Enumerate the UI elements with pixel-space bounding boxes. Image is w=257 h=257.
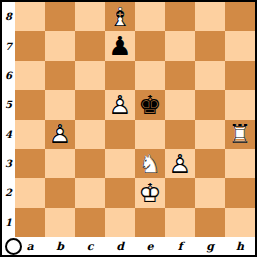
square-d3[interactable] xyxy=(105,149,135,178)
square-h7[interactable] xyxy=(225,31,255,60)
square-f3[interactable]: ♟︎♙ xyxy=(165,149,195,178)
square-f8[interactable] xyxy=(165,2,195,31)
piece-white-bishop-d8[interactable]: ♝♗ xyxy=(105,2,135,31)
square-h4[interactable]: ♜♖ xyxy=(225,120,255,149)
square-a1[interactable] xyxy=(15,208,45,237)
square-a6[interactable] xyxy=(15,61,45,90)
piece-outline: ♘ xyxy=(135,149,165,178)
file-label-h: h xyxy=(225,237,255,255)
white-to-move-indicator xyxy=(5,238,22,255)
square-e1[interactable] xyxy=(135,208,165,237)
square-h2[interactable] xyxy=(225,178,255,207)
square-b4[interactable]: ♟︎♙ xyxy=(45,120,75,149)
square-e3[interactable]: ♞♘ xyxy=(135,149,165,178)
square-c6[interactable] xyxy=(75,61,105,90)
file-label-f: f xyxy=(165,237,195,255)
square-f1[interactable] xyxy=(165,208,195,237)
square-b6[interactable] xyxy=(45,61,75,90)
square-d5[interactable]: ♟︎♙ xyxy=(105,90,135,119)
square-g3[interactable] xyxy=(195,149,225,178)
square-b8[interactable] xyxy=(45,2,75,31)
square-g7[interactable] xyxy=(195,31,225,60)
square-h3[interactable] xyxy=(225,149,255,178)
square-g6[interactable] xyxy=(195,61,225,90)
rank-label-3: 3 xyxy=(2,149,15,178)
square-d4[interactable] xyxy=(105,120,135,149)
piece-black-pawn-d7[interactable]: ♟︎ xyxy=(105,31,135,60)
file-label-e: e xyxy=(135,237,165,255)
square-a5[interactable] xyxy=(15,90,45,119)
square-c4[interactable] xyxy=(75,120,105,149)
square-f4[interactable] xyxy=(165,120,195,149)
square-d7[interactable]: ♟︎ xyxy=(105,31,135,60)
piece-glyph: ♚ xyxy=(135,90,165,119)
piece-outline: ♔ xyxy=(135,178,165,207)
rank-label-5: 5 xyxy=(2,90,15,119)
square-b5[interactable] xyxy=(45,90,75,119)
square-g5[interactable] xyxy=(195,90,225,119)
piece-white-knight-e3[interactable]: ♞♘ xyxy=(135,149,165,178)
file-label-g: g xyxy=(195,237,225,255)
square-c2[interactable] xyxy=(75,178,105,207)
square-g4[interactable] xyxy=(195,120,225,149)
square-g8[interactable] xyxy=(195,2,225,31)
square-a7[interactable] xyxy=(15,31,45,60)
square-c1[interactable] xyxy=(75,208,105,237)
square-c8[interactable] xyxy=(75,2,105,31)
rank-labels: 87654321 xyxy=(2,2,15,237)
square-d1[interactable] xyxy=(105,208,135,237)
piece-white-pawn-f3[interactable]: ♟︎♙ xyxy=(165,149,195,178)
rank-label-7: 7 xyxy=(2,31,15,60)
piece-white-king-e2[interactable]: ♚♔ xyxy=(135,178,165,207)
piece-white-rook-h4[interactable]: ♜♖ xyxy=(225,120,255,149)
rank-label-1: 1 xyxy=(2,208,15,237)
file-label-c: c xyxy=(75,237,105,255)
square-d2[interactable] xyxy=(105,178,135,207)
file-labels: abcdefgh xyxy=(15,237,255,255)
square-a3[interactable] xyxy=(15,149,45,178)
piece-outline: ♙ xyxy=(45,120,75,149)
square-b7[interactable] xyxy=(45,31,75,60)
square-a4[interactable] xyxy=(15,120,45,149)
piece-outline: ♖ xyxy=(225,120,255,149)
file-label-b: b xyxy=(45,237,75,255)
file-label-d: d xyxy=(105,237,135,255)
square-e8[interactable] xyxy=(135,2,165,31)
square-h1[interactable] xyxy=(225,208,255,237)
rank-label-8: 8 xyxy=(2,2,15,31)
square-e4[interactable] xyxy=(135,120,165,149)
piece-white-pawn-b4[interactable]: ♟︎♙ xyxy=(45,120,75,149)
square-f6[interactable] xyxy=(165,61,195,90)
rank-label-6: 6 xyxy=(2,61,15,90)
square-h6[interactable] xyxy=(225,61,255,90)
piece-black-king-e5[interactable]: ♚ xyxy=(135,90,165,119)
square-h8[interactable] xyxy=(225,2,255,31)
piece-outline: ♙ xyxy=(165,149,195,178)
piece-glyph: ♟︎ xyxy=(105,31,135,60)
square-e6[interactable] xyxy=(135,61,165,90)
square-c7[interactable] xyxy=(75,31,105,60)
square-f5[interactable] xyxy=(165,90,195,119)
piece-white-pawn-d5[interactable]: ♟︎♙ xyxy=(105,90,135,119)
square-e7[interactable] xyxy=(135,31,165,60)
square-e5[interactable]: ♚ xyxy=(135,90,165,119)
chess-board: ♝♗♟︎♟︎♙♚♟︎♙♜♖♞♘♟︎♙♚♔ xyxy=(15,2,255,237)
square-c3[interactable] xyxy=(75,149,105,178)
square-b3[interactable] xyxy=(45,149,75,178)
square-d8[interactable]: ♝♗ xyxy=(105,2,135,31)
square-a2[interactable] xyxy=(15,178,45,207)
piece-outline: ♗ xyxy=(105,2,135,31)
chess-board-frame: 87654321 ♝♗♟︎♟︎♙♚♟︎♙♜♖♞♘♟︎♙♚♔ abcdefgh xyxy=(0,0,257,257)
square-d6[interactable] xyxy=(105,61,135,90)
square-f7[interactable] xyxy=(165,31,195,60)
square-g2[interactable] xyxy=(195,178,225,207)
rank-label-4: 4 xyxy=(2,120,15,149)
square-c5[interactable] xyxy=(75,90,105,119)
square-a8[interactable] xyxy=(15,2,45,31)
piece-outline: ♙ xyxy=(105,90,135,119)
square-b2[interactable] xyxy=(45,178,75,207)
square-e2[interactable]: ♚♔ xyxy=(135,178,165,207)
square-h5[interactable] xyxy=(225,90,255,119)
square-g1[interactable] xyxy=(195,208,225,237)
rank-label-2: 2 xyxy=(2,178,15,207)
square-f2[interactable] xyxy=(165,178,195,207)
square-b1[interactable] xyxy=(45,208,75,237)
